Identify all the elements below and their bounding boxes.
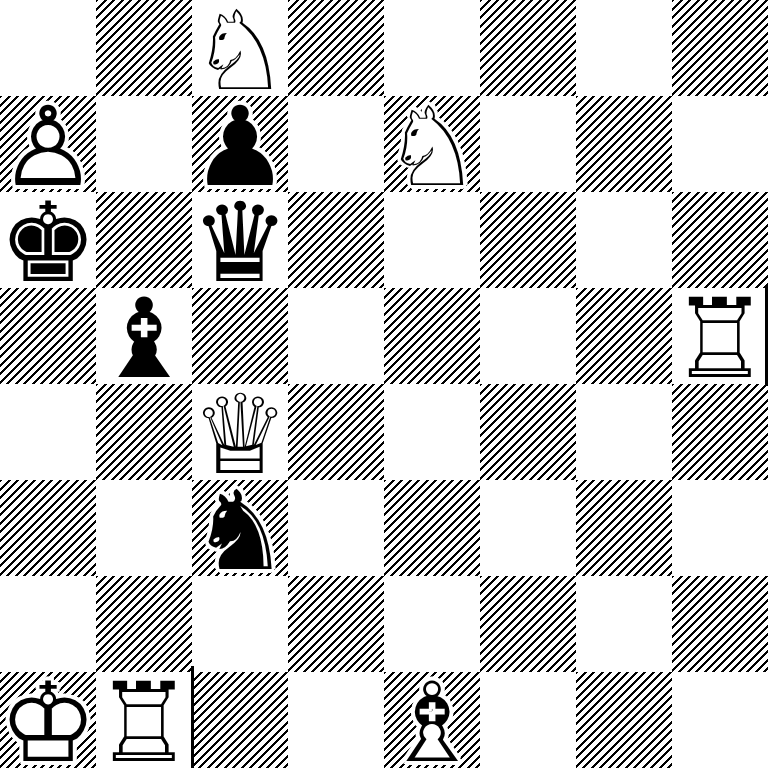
square-c6[interactable]: ♛♛ [192,192,288,288]
white-rook-piece[interactable]: ♜♖ [96,672,192,768]
square-a3[interactable] [0,480,96,576]
board-edge-line-left-of-c1 [191,666,194,768]
white-rook-glyph: ♖ [96,675,192,768]
piece-white-fill: ♜ [96,675,192,768]
piece-white-fill: ♚ [0,195,96,291]
piece-white-fill: ♟ [192,99,288,195]
square-d7[interactable] [288,96,384,192]
square-a4[interactable] [0,384,96,480]
black-queen-piece[interactable]: ♛♛ [192,192,288,288]
black-king-piece[interactable]: ♚♚ [0,192,96,288]
square-h7[interactable] [672,96,768,192]
square-g8[interactable] [576,0,672,96]
square-f3[interactable] [480,480,576,576]
black-pawn-piece[interactable]: ♟♟ [192,96,288,192]
white-bishop-piece[interactable]: ♝♗ [384,672,480,768]
white-knight-piece[interactable]: ♞♘ [384,96,480,192]
piece-white-fill: ♟ [0,99,96,195]
piece-white-fill: ♛ [192,387,288,483]
square-b5[interactable]: ♝♝ [96,288,192,384]
piece-white-fill: ♛ [192,195,288,291]
square-h4[interactable] [672,384,768,480]
white-knight-glyph: ♘ [192,3,288,99]
white-queen-glyph: ♕ [192,387,288,483]
square-d5[interactable] [288,288,384,384]
square-g7[interactable] [576,96,672,192]
piece-white-fill: ♞ [384,99,480,195]
white-king-glyph: ♔ [0,675,96,768]
square-f6[interactable] [480,192,576,288]
piece-white-fill: ♚ [0,675,96,768]
square-d2[interactable] [288,576,384,672]
square-a8[interactable] [0,0,96,96]
square-c1[interactable] [192,672,288,768]
piece-white-fill: ♝ [96,291,192,387]
chess-diagram: ♞♘♟♙♟♟♞♘♚♚♛♛♝♝♜♖♛♕♞♞♚♔♜♖♝♗ [0,0,768,768]
piece-white-fill: ♜ [672,291,768,387]
square-c7[interactable]: ♟♟ [192,96,288,192]
square-g4[interactable] [576,384,672,480]
square-e7[interactable]: ♞♘ [384,96,480,192]
black-queen-glyph: ♛ [192,195,288,291]
square-f8[interactable] [480,0,576,96]
square-a2[interactable] [0,576,96,672]
square-d3[interactable] [288,480,384,576]
white-knight-glyph: ♘ [384,99,480,195]
square-g3[interactable] [576,480,672,576]
square-e8[interactable] [384,0,480,96]
white-queen-piece[interactable]: ♛♕ [192,384,288,480]
white-knight-piece[interactable]: ♞♘ [192,0,288,96]
square-g1[interactable] [576,672,672,768]
square-h6[interactable] [672,192,768,288]
square-e1[interactable]: ♝♗ [384,672,480,768]
square-e2[interactable] [384,576,480,672]
black-bishop-piece[interactable]: ♝♝ [96,288,192,384]
square-c5[interactable] [192,288,288,384]
square-b3[interactable] [96,480,192,576]
white-rook-glyph: ♖ [672,291,768,387]
square-d6[interactable] [288,192,384,288]
square-a5[interactable] [0,288,96,384]
square-e5[interactable] [384,288,480,384]
square-b1[interactable]: ♜♖ [96,672,192,768]
square-c3[interactable]: ♞♞ [192,480,288,576]
white-king-piece[interactable]: ♚♔ [0,672,96,768]
square-b4[interactable] [96,384,192,480]
square-e3[interactable] [384,480,480,576]
black-bishop-glyph: ♝ [96,291,192,387]
square-f7[interactable] [480,96,576,192]
piece-white-fill: ♞ [192,3,288,99]
square-c8[interactable]: ♞♘ [192,0,288,96]
square-g6[interactable] [576,192,672,288]
square-h2[interactable] [672,576,768,672]
square-g5[interactable] [576,288,672,384]
square-b6[interactable] [96,192,192,288]
chess-board: ♞♘♟♙♟♟♞♘♚♚♛♛♝♝♜♖♛♕♞♞♚♔♜♖♝♗ [0,0,768,768]
square-a6[interactable]: ♚♚ [0,192,96,288]
square-e6[interactable] [384,192,480,288]
square-b8[interactable] [96,0,192,96]
square-g2[interactable] [576,576,672,672]
piece-white-fill: ♞ [192,483,288,579]
black-pawn-glyph: ♟ [192,99,288,195]
white-rook-piece[interactable]: ♜♖ [672,288,768,384]
square-a7[interactable]: ♟♙ [0,96,96,192]
square-d1[interactable] [288,672,384,768]
square-a1[interactable]: ♚♔ [0,672,96,768]
piece-white-fill: ♝ [384,675,480,768]
black-knight-piece[interactable]: ♞♞ [192,480,288,576]
square-c4[interactable]: ♛♕ [192,384,288,480]
square-h8[interactable] [672,0,768,96]
square-f5[interactable] [480,288,576,384]
white-pawn-glyph: ♙ [0,99,96,195]
square-h5[interactable]: ♜♖ [672,288,768,384]
square-b2[interactable] [96,576,192,672]
square-e4[interactable] [384,384,480,480]
square-c2[interactable] [192,576,288,672]
white-pawn-piece[interactable]: ♟♙ [0,96,96,192]
square-d4[interactable] [288,384,384,480]
square-f1[interactable] [480,672,576,768]
square-b7[interactable] [96,96,192,192]
white-bishop-glyph: ♗ [384,675,480,768]
square-f2[interactable] [480,576,576,672]
square-h1[interactable] [672,672,768,768]
black-knight-glyph: ♞ [192,483,288,579]
square-d8[interactable] [288,0,384,96]
black-king-glyph: ♚ [0,195,96,291]
square-h3[interactable] [672,480,768,576]
square-f4[interactable] [480,384,576,480]
